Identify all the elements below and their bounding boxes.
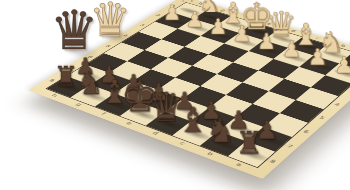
- chess-set-photo: ♜♞♝♚♛♝♞♜♟♟♟♟♟♟♟♟♟♟♟♟♟♟♟♟♜♞♝♚♛♝♞♜ hgfedcb…: [0, 0, 350, 190]
- piece-natural-pawn-a2-icon: ♟: [318, 54, 350, 77]
- extra-queen-natural-icon: ♛: [89, 0, 131, 43]
- piece-brown-rook-a8-icon: ♜: [220, 127, 279, 158]
